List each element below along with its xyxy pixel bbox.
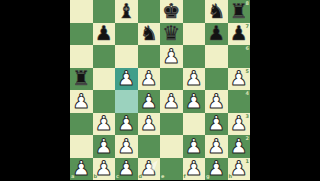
square-h5[interactable]: ♟5 bbox=[228, 68, 251, 91]
piece-white-pawn[interactable]: ♟ bbox=[95, 113, 113, 135]
square-c4[interactable] bbox=[115, 90, 138, 113]
piece-white-pawn[interactable]: ♟ bbox=[95, 158, 113, 180]
piece-white-pawn[interactable]: ♟ bbox=[185, 68, 203, 90]
square-a7[interactable] bbox=[70, 23, 93, 46]
piece-white-pawn[interactable]: ♟ bbox=[117, 68, 135, 90]
square-d3[interactable]: ♟ bbox=[138, 113, 161, 136]
square-e3[interactable] bbox=[160, 113, 183, 136]
piece-white-pawn[interactable]: ♟ bbox=[117, 135, 135, 157]
square-f8[interactable] bbox=[183, 0, 206, 23]
piece-black-bishop[interactable]: ♝ bbox=[117, 0, 135, 22]
file-label-g: g bbox=[206, 174, 210, 179]
piece-black-knight[interactable]: ♞ bbox=[140, 23, 158, 45]
piece-white-pawn[interactable]: ♟ bbox=[72, 158, 90, 180]
square-b3[interactable]: ♟ bbox=[93, 113, 116, 136]
piece-black-rook[interactable]: ♜ bbox=[72, 68, 90, 90]
piece-black-knight[interactable]: ♞ bbox=[207, 0, 225, 22]
file-label-d: d bbox=[139, 174, 143, 179]
square-a2[interactable] bbox=[70, 135, 93, 158]
square-g4[interactable]: ♟ bbox=[205, 90, 228, 113]
square-e5[interactable] bbox=[160, 68, 183, 91]
square-h7[interactable]: ♟7 bbox=[228, 23, 251, 46]
square-g6[interactable] bbox=[205, 45, 228, 68]
piece-white-pawn[interactable]: ♟ bbox=[95, 135, 113, 157]
piece-black-rook[interactable]: ♜ bbox=[230, 0, 248, 22]
square-d1[interactable]: ♟d bbox=[138, 158, 161, 181]
piece-white-pawn[interactable]: ♟ bbox=[207, 90, 225, 112]
file-label-b: b bbox=[94, 174, 98, 179]
rank-label-8: 8 bbox=[246, 1, 249, 6]
square-d8[interactable] bbox=[138, 0, 161, 23]
square-h4[interactable]: 4 bbox=[228, 90, 251, 113]
rank-label-2: 2 bbox=[246, 136, 249, 141]
square-h3[interactable]: ♟3 bbox=[228, 113, 251, 136]
square-c6[interactable] bbox=[115, 45, 138, 68]
square-e2[interactable] bbox=[160, 135, 183, 158]
left-letterbox-bar bbox=[0, 0, 70, 180]
piece-white-pawn[interactable]: ♟ bbox=[72, 90, 90, 112]
square-f2[interactable]: ♟ bbox=[183, 135, 206, 158]
piece-white-pawn[interactable]: ♟ bbox=[162, 90, 180, 112]
piece-white-pawn[interactable]: ♟ bbox=[117, 158, 135, 180]
square-b5[interactable] bbox=[93, 68, 116, 91]
square-a1[interactable]: ♟a bbox=[70, 158, 93, 181]
square-e6[interactable]: ♟ bbox=[160, 45, 183, 68]
square-b2[interactable]: ♟ bbox=[93, 135, 116, 158]
piece-white-pawn[interactable]: ♟ bbox=[140, 90, 158, 112]
square-g2[interactable]: ♟ bbox=[205, 135, 228, 158]
square-g8[interactable]: ♞ bbox=[205, 0, 228, 23]
square-a3[interactable] bbox=[70, 113, 93, 136]
square-e1[interactable]: e bbox=[160, 158, 183, 181]
piece-black-queen[interactable]: ♛ bbox=[162, 23, 180, 45]
square-e8[interactable]: ♚ bbox=[160, 0, 183, 23]
square-h1[interactable]: ♟1h bbox=[228, 158, 251, 181]
file-label-f: f bbox=[184, 174, 186, 179]
video-frame: ♝♚♞♜8♟♞♛♟♟7♟6♜♟♟♟♟5♟♟♟♟♟4♟♟♟♟♟3♟♟♟♟♟2♟a♟… bbox=[0, 0, 320, 180]
square-f7[interactable] bbox=[183, 23, 206, 46]
file-label-e: e bbox=[161, 174, 164, 179]
piece-white-pawn[interactable]: ♟ bbox=[117, 113, 135, 135]
square-g7[interactable]: ♟ bbox=[205, 23, 228, 46]
square-e4[interactable]: ♟ bbox=[160, 90, 183, 113]
square-a6[interactable] bbox=[70, 45, 93, 68]
square-d5[interactable]: ♟ bbox=[138, 68, 161, 91]
square-h8[interactable]: ♜8 bbox=[228, 0, 251, 23]
chess-board[interactable]: ♝♚♞♜8♟♞♛♟♟7♟6♜♟♟♟♟5♟♟♟♟♟4♟♟♟♟♟3♟♟♟♟♟2♟a♟… bbox=[70, 0, 250, 180]
square-c2[interactable]: ♟ bbox=[115, 135, 138, 158]
piece-black-pawn[interactable]: ♟ bbox=[230, 23, 248, 45]
square-h6[interactable]: 6 bbox=[228, 45, 251, 68]
square-g5[interactable] bbox=[205, 68, 228, 91]
square-b8[interactable] bbox=[93, 0, 116, 23]
square-f6[interactable] bbox=[183, 45, 206, 68]
square-g3[interactable]: ♟ bbox=[205, 113, 228, 136]
piece-white-pawn[interactable]: ♟ bbox=[230, 158, 248, 180]
piece-white-pawn[interactable]: ♟ bbox=[140, 113, 158, 135]
rank-label-1: 1 bbox=[246, 159, 249, 164]
file-label-h: h bbox=[229, 174, 233, 179]
file-label-c: c bbox=[116, 174, 119, 179]
square-b4[interactable] bbox=[93, 90, 116, 113]
square-c5[interactable]: ♟ bbox=[115, 68, 138, 91]
piece-black-king[interactable]: ♚ bbox=[162, 0, 180, 22]
piece-white-pawn[interactable]: ♟ bbox=[207, 135, 225, 157]
rank-label-3: 3 bbox=[246, 114, 249, 119]
square-a8[interactable] bbox=[70, 0, 93, 23]
square-g1[interactable]: ♟g bbox=[205, 158, 228, 181]
square-f5[interactable]: ♟ bbox=[183, 68, 206, 91]
square-d6[interactable] bbox=[138, 45, 161, 68]
square-a5[interactable]: ♜ bbox=[70, 68, 93, 91]
rank-label-5: 5 bbox=[246, 69, 249, 74]
rank-label-4: 4 bbox=[246, 91, 249, 96]
square-c1[interactable]: ♟c bbox=[115, 158, 138, 181]
rank-label-7: 7 bbox=[246, 24, 249, 29]
square-f1[interactable]: ♟f bbox=[183, 158, 206, 181]
file-label-a: a bbox=[71, 174, 74, 179]
piece-white-pawn[interactable]: ♟ bbox=[207, 158, 225, 180]
piece-white-pawn[interactable]: ♟ bbox=[140, 158, 158, 180]
piece-white-pawn[interactable]: ♟ bbox=[230, 68, 248, 90]
square-a4[interactable]: ♟ bbox=[70, 90, 93, 113]
square-d7[interactable]: ♞ bbox=[138, 23, 161, 46]
square-f3[interactable] bbox=[183, 113, 206, 136]
square-b6[interactable] bbox=[93, 45, 116, 68]
rank-label-6: 6 bbox=[246, 46, 249, 51]
piece-white-pawn[interactable]: ♟ bbox=[162, 45, 180, 67]
square-c3[interactable]: ♟ bbox=[115, 113, 138, 136]
square-c8[interactable]: ♝ bbox=[115, 0, 138, 23]
piece-white-pawn[interactable]: ♟ bbox=[140, 68, 158, 90]
square-b7[interactable]: ♟ bbox=[93, 23, 116, 46]
right-letterbox-bar bbox=[250, 0, 320, 180]
piece-black-pawn[interactable]: ♟ bbox=[207, 23, 225, 45]
square-f4[interactable]: ♟ bbox=[183, 90, 206, 113]
square-d4[interactable]: ♟ bbox=[138, 90, 161, 113]
square-d2[interactable] bbox=[138, 135, 161, 158]
piece-white-pawn[interactable]: ♟ bbox=[185, 90, 203, 112]
square-e7[interactable]: ♛ bbox=[160, 23, 183, 46]
piece-white-pawn[interactable]: ♟ bbox=[185, 158, 203, 180]
piece-white-pawn[interactable]: ♟ bbox=[185, 135, 203, 157]
square-h2[interactable]: ♟2 bbox=[228, 135, 251, 158]
piece-white-pawn[interactable]: ♟ bbox=[230, 135, 248, 157]
piece-white-pawn[interactable]: ♟ bbox=[230, 113, 248, 135]
piece-white-pawn[interactable]: ♟ bbox=[207, 113, 225, 135]
square-c7[interactable] bbox=[115, 23, 138, 46]
square-b1[interactable]: ♟b bbox=[93, 158, 116, 181]
piece-black-pawn[interactable]: ♟ bbox=[95, 23, 113, 45]
